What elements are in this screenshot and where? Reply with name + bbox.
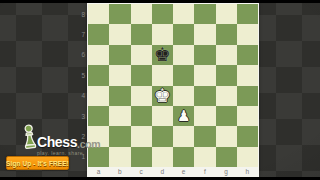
square-h2[interactable] xyxy=(237,126,258,146)
square-c6[interactable] xyxy=(131,45,152,65)
square-e2[interactable] xyxy=(173,126,194,146)
square-b4[interactable] xyxy=(109,86,130,106)
square-a7[interactable] xyxy=(88,24,109,44)
logo-text: Chess xyxy=(37,135,77,149)
square-g6[interactable] xyxy=(216,45,237,65)
square-c2[interactable] xyxy=(131,126,152,146)
square-f8[interactable] xyxy=(194,4,215,24)
square-d2[interactable] xyxy=(152,126,173,146)
white-king-piece: ♚ xyxy=(152,86,173,106)
rank-label-6: 6 xyxy=(74,45,85,65)
square-f5[interactable] xyxy=(194,65,215,85)
square-f2[interactable] xyxy=(194,126,215,146)
square-g2[interactable] xyxy=(216,126,237,146)
square-e1[interactable] xyxy=(173,147,194,167)
file-label-h: h xyxy=(237,167,258,177)
file-label-f: f xyxy=(194,167,215,177)
square-h6[interactable] xyxy=(237,45,258,65)
square-d5[interactable] xyxy=(152,65,173,85)
square-a4[interactable] xyxy=(88,86,109,106)
rank-label-4: 4 xyxy=(74,86,85,106)
square-e3[interactable]: ♟ xyxy=(173,106,194,126)
square-c4[interactable] xyxy=(131,86,152,106)
file-label-b: b xyxy=(109,167,130,177)
square-f7[interactable] xyxy=(194,24,215,44)
square-f1[interactable] xyxy=(194,147,215,167)
square-b6[interactable] xyxy=(109,45,130,65)
signup-button-label: Sign Up - It's FREE! xyxy=(6,160,69,167)
square-c7[interactable] xyxy=(131,24,152,44)
square-e7[interactable] xyxy=(173,24,194,44)
square-h4[interactable] xyxy=(237,86,258,106)
square-d7[interactable] xyxy=(152,24,173,44)
file-labels: abcdefgh xyxy=(88,167,258,177)
logo-suffix: .com xyxy=(77,139,100,150)
square-g5[interactable] xyxy=(216,65,237,85)
letterbox-bottom xyxy=(0,177,320,180)
square-b7[interactable] xyxy=(109,24,130,44)
file-label-g: g xyxy=(216,167,237,177)
white-pawn-piece: ♟ xyxy=(173,106,194,126)
square-b5[interactable] xyxy=(109,65,130,85)
square-c5[interactable] xyxy=(131,65,152,85)
file-label-c: c xyxy=(131,167,152,177)
square-d6[interactable]: ♚ xyxy=(152,45,173,65)
square-g3[interactable] xyxy=(216,106,237,126)
square-a5[interactable] xyxy=(88,65,109,85)
square-e4[interactable] xyxy=(173,86,194,106)
pawn-logo-icon xyxy=(22,123,38,149)
square-f6[interactable] xyxy=(194,45,215,65)
square-a6[interactable] xyxy=(88,45,109,65)
file-label-e: e xyxy=(173,167,194,177)
square-c3[interactable] xyxy=(131,106,152,126)
square-a8[interactable] xyxy=(88,4,109,24)
square-g7[interactable] xyxy=(216,24,237,44)
square-c1[interactable] xyxy=(131,147,152,167)
rank-label-5: 5 xyxy=(74,65,85,85)
chess-board-panel: ♚♚♟ abcdefgh xyxy=(87,3,259,177)
square-h1[interactable] xyxy=(237,147,258,167)
square-d3[interactable] xyxy=(152,106,173,126)
square-d8[interactable] xyxy=(152,4,173,24)
letterbox-top xyxy=(0,0,320,3)
square-f3[interactable] xyxy=(194,106,215,126)
file-label-d: d xyxy=(152,167,173,177)
square-c8[interactable] xyxy=(131,4,152,24)
square-b3[interactable] xyxy=(109,106,130,126)
black-king-piece: ♚ xyxy=(152,45,173,65)
square-h8[interactable] xyxy=(237,4,258,24)
chesscom-logo[interactable]: Chess.com play. learn. share. xyxy=(23,124,100,156)
square-g1[interactable] xyxy=(216,147,237,167)
square-b1[interactable] xyxy=(109,147,130,167)
file-label-a: a xyxy=(88,167,109,177)
square-b8[interactable] xyxy=(109,4,130,24)
square-b2[interactable] xyxy=(109,126,130,146)
rank-label-7: 7 xyxy=(74,24,85,44)
square-e6[interactable] xyxy=(173,45,194,65)
rank-label-8: 8 xyxy=(74,4,85,24)
square-g8[interactable] xyxy=(216,4,237,24)
square-h7[interactable] xyxy=(237,24,258,44)
square-e5[interactable] xyxy=(173,65,194,85)
square-d4[interactable]: ♚ xyxy=(152,86,173,106)
square-h3[interactable] xyxy=(237,106,258,126)
square-d1[interactable] xyxy=(152,147,173,167)
square-f4[interactable] xyxy=(194,86,215,106)
square-g4[interactable] xyxy=(216,86,237,106)
signup-button[interactable]: Sign Up - It's FREE! xyxy=(6,156,69,170)
square-h5[interactable] xyxy=(237,65,258,85)
square-e8[interactable] xyxy=(173,4,194,24)
chess-board: ♚♚♟ xyxy=(88,4,258,167)
